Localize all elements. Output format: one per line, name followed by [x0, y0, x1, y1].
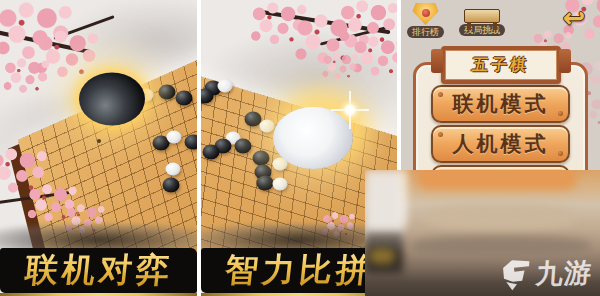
leaderboard-label: 排行榜 — [407, 26, 444, 38]
black-stone — [203, 145, 220, 160]
white-stone — [167, 131, 182, 144]
black-stone — [163, 178, 180, 193]
endgame-challenge-button[interactable]: 残局挑战 — [459, 3, 505, 36]
black-stone — [235, 139, 252, 154]
game-table-icon — [464, 9, 500, 23]
featured-black-stone — [79, 73, 145, 126]
online-mode-button[interactable]: 联机模式 — [431, 85, 570, 123]
black-stone — [159, 85, 176, 100]
endgame-challenge-label: 残局挑战 — [459, 24, 505, 36]
back-button[interactable]: ↩ — [556, 2, 592, 32]
title-plaque: 五子棋 — [441, 46, 561, 84]
game-title: 五子棋 — [471, 55, 530, 76]
caption-text: 智力比拼 — [223, 248, 376, 293]
white-stone — [260, 120, 275, 133]
screenshot-root: 联机对弈 智力比拼 — [0, 0, 600, 296]
black-stone — [201, 89, 214, 104]
panel-online-play: 联机对弈 — [0, 0, 197, 296]
vs-ai-mode-label: 人机模式 — [453, 130, 549, 158]
white-stone — [166, 163, 181, 176]
9game-watermark: 九游 — [500, 254, 594, 293]
black-stone — [176, 91, 193, 106]
blurred-region: 九游 — [365, 170, 600, 296]
9game-logo-icon — [500, 259, 532, 292]
white-stone — [218, 80, 233, 93]
trophy-icon — [413, 3, 439, 25]
top-bar: 排行榜 残局挑战 ↩ — [401, 0, 600, 46]
vs-ai-mode-button[interactable]: 人机模式 — [431, 125, 570, 163]
white-stone — [273, 178, 288, 191]
online-mode-label: 联机模式 — [453, 90, 549, 118]
caption-text: 联机对弈 — [22, 248, 175, 293]
star-point — [97, 139, 101, 143]
back-arrow-icon: ↩ — [563, 2, 586, 33]
featured-white-stone — [273, 107, 353, 169]
black-stone — [257, 176, 274, 191]
black-stone — [185, 135, 198, 150]
leaderboard-button[interactable]: 排行榜 — [407, 3, 444, 38]
black-stone — [253, 151, 270, 166]
9game-logo-text: 九游 — [535, 254, 594, 292]
caption-banner-left: 联机对弈 — [0, 248, 197, 293]
